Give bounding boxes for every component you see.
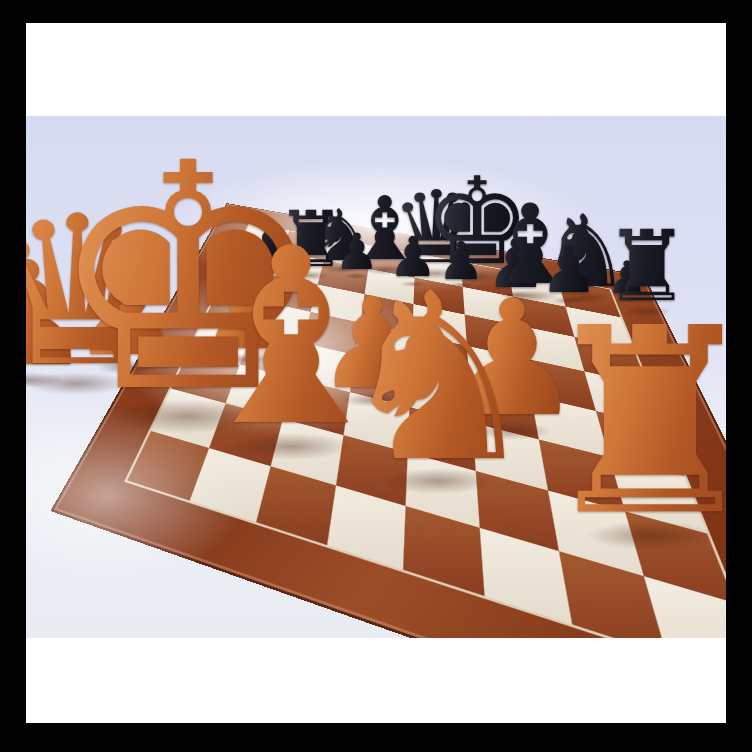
photo-area: ♟♜♞♟♝♟♛♟♚♟♝♟♞♟♜♟♛♟♚♟♝♟♞♟♜ bbox=[26, 116, 726, 638]
photo-caption: Product photo of a handmade wooden chess… bbox=[0, 0, 1, 1]
product-photo-frame: Product photo of a handmade wooden chess… bbox=[0, 0, 752, 752]
white-knight-g1: ♞ bbox=[334, 265, 541, 492]
letterbox-top bbox=[26, 23, 726, 116]
rook-glyph: ♜ bbox=[535, 297, 726, 548]
letterbox-bottom bbox=[26, 638, 726, 723]
pieces-layer: ♟♜♞♟♝♟♛♟♚♟♝♟♞♟♜♟♛♟♚♟♝♟♞♟♜ bbox=[26, 116, 726, 638]
knight-glyph: ♞ bbox=[334, 265, 541, 492]
white-rook-h1: ♜ bbox=[535, 297, 726, 548]
